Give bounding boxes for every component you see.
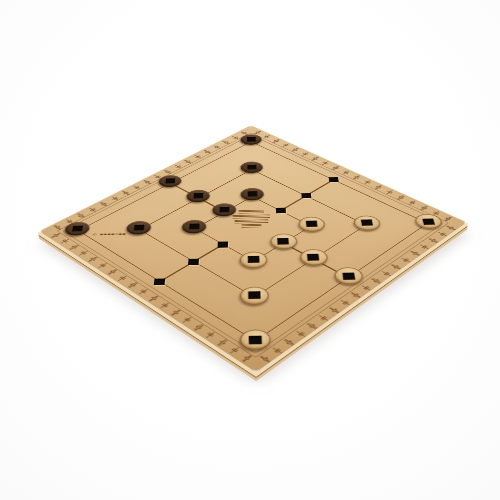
piece-center-hole — [248, 191, 257, 196]
piece-center-hole — [248, 291, 260, 299]
piece-center-hole — [248, 256, 260, 263]
piece-center-hole — [247, 137, 255, 141]
product-photo-background: ╬ ╪ ╬ ╪ ╬ ╪ ╬ ╪ ╬ ╪ ╬ ╪ ╬ ╪ ╬ ╪ ╬ ╪ ╬ ╪ … — [0, 0, 500, 500]
piece-center-hole — [247, 165, 256, 170]
piece-center-hole — [342, 272, 355, 279]
piece-center-hole — [189, 223, 199, 229]
piece-center-hole — [219, 207, 228, 212]
piece-center-hole — [165, 179, 174, 184]
piece-center-hole — [193, 193, 202, 198]
camera-tilt-wrapper: ╬ ╪ ╬ ╪ ╬ ╪ ╬ ╪ ╬ ╪ ╬ ╪ ╬ ╪ ╬ ╪ ╬ ╪ ╬ ╪ … — [0, 0, 500, 500]
piece-center-hole — [134, 225, 144, 231]
piece-center-hole — [306, 221, 318, 227]
piece-center-hole — [307, 254, 319, 261]
piece-center-hole — [422, 218, 435, 224]
nine-mens-morris-board: ╬ ╪ ╬ ╪ ╬ ╪ ╬ ╪ ╬ ╪ ╬ ╪ ╬ ╪ ╬ ╪ ╬ ╪ ╬ ╪ … — [38, 125, 468, 373]
piece-center-hole — [72, 226, 83, 232]
piece-center-hole — [278, 238, 290, 245]
piece-center-hole — [249, 335, 262, 344]
piece-center-hole — [361, 219, 373, 225]
